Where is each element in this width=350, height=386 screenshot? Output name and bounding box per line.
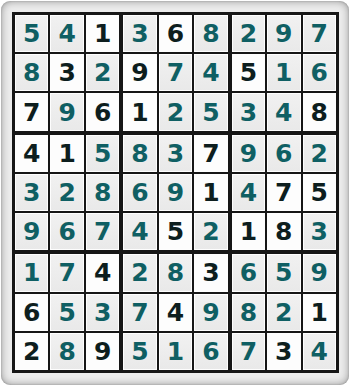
cell-r3c8[interactable]: 4 — [267, 93, 300, 130]
cell-r3c6[interactable]: 5 — [194, 93, 227, 130]
cell-r2c7[interactable]: 5 — [232, 54, 265, 91]
puzzle-card: 541832796 368974125 297516348 415328967 … — [1, 1, 349, 385]
cell-r6c4[interactable]: 4 — [123, 213, 156, 250]
cell-r7c5[interactable]: 8 — [159, 254, 192, 291]
cell-r6c5[interactable]: 5 — [159, 213, 192, 250]
cell-r5c8[interactable]: 7 — [267, 174, 300, 211]
cell-r3c7[interactable]: 3 — [232, 93, 265, 130]
cell-r7c7[interactable]: 6 — [232, 254, 265, 291]
cell-r5c5[interactable]: 9 — [159, 174, 192, 211]
cell-r3c9[interactable]: 8 — [303, 93, 336, 130]
cell-r7c6[interactable]: 3 — [194, 254, 227, 291]
box-3: 297516348 — [232, 15, 336, 131]
cell-r5c4[interactable]: 6 — [123, 174, 156, 211]
cell-r9c2[interactable]: 8 — [50, 333, 83, 370]
cell-r7c2[interactable]: 7 — [50, 254, 83, 291]
cell-r2c8[interactable]: 1 — [267, 54, 300, 91]
box-2: 368974125 — [123, 15, 227, 131]
cell-r2c3[interactable]: 2 — [86, 54, 119, 91]
box-1: 541832796 — [15, 15, 119, 131]
cell-r2c6[interactable]: 4 — [194, 54, 227, 91]
cell-r5c6[interactable]: 1 — [194, 174, 227, 211]
cell-r4c8[interactable]: 6 — [267, 135, 300, 172]
box-4: 415328967 — [15, 135, 119, 251]
cell-r8c1[interactable]: 6 — [15, 294, 48, 331]
cell-r3c5[interactable]: 2 — [159, 93, 192, 130]
cell-r8c3[interactable]: 3 — [86, 294, 119, 331]
cell-r1c9[interactable]: 7 — [303, 15, 336, 52]
cell-r1c6[interactable]: 8 — [194, 15, 227, 52]
sudoku-board: 541832796 368974125 297516348 415328967 … — [12, 12, 339, 373]
cell-r5c1[interactable]: 3 — [15, 174, 48, 211]
box-5: 837691452 — [123, 135, 227, 251]
cell-r2c2[interactable]: 3 — [50, 54, 83, 91]
cell-r8c9[interactable]: 1 — [303, 294, 336, 331]
cell-r6c3[interactable]: 7 — [86, 213, 119, 250]
box-7: 174653289 — [15, 254, 119, 370]
cell-r4c3[interactable]: 5 — [86, 135, 119, 172]
cell-r8c4[interactable]: 7 — [123, 294, 156, 331]
cell-r9c5[interactable]: 1 — [159, 333, 192, 370]
cell-r1c1[interactable]: 5 — [15, 15, 48, 52]
cell-r9c9[interactable]: 4 — [303, 333, 336, 370]
box-6: 962475183 — [232, 135, 336, 251]
cell-r9c4[interactable]: 5 — [123, 333, 156, 370]
cell-r2c4[interactable]: 9 — [123, 54, 156, 91]
cell-r5c9[interactable]: 5 — [303, 174, 336, 211]
cell-r4c9[interactable]: 2 — [303, 135, 336, 172]
cell-r6c1[interactable]: 9 — [15, 213, 48, 250]
cell-r6c2[interactable]: 6 — [50, 213, 83, 250]
cell-r7c1[interactable]: 1 — [15, 254, 48, 291]
cell-r7c8[interactable]: 5 — [267, 254, 300, 291]
cell-r4c4[interactable]: 8 — [123, 135, 156, 172]
cell-r3c3[interactable]: 6 — [86, 93, 119, 130]
cell-r1c4[interactable]: 3 — [123, 15, 156, 52]
cell-r4c5[interactable]: 3 — [159, 135, 192, 172]
cell-r8c2[interactable]: 5 — [50, 294, 83, 331]
cell-r1c3[interactable]: 1 — [86, 15, 119, 52]
cell-r3c1[interactable]: 7 — [15, 93, 48, 130]
cell-r3c4[interactable]: 1 — [123, 93, 156, 130]
cell-r8c6[interactable]: 9 — [194, 294, 227, 331]
cell-r5c2[interactable]: 2 — [50, 174, 83, 211]
cell-r8c5[interactable]: 4 — [159, 294, 192, 331]
box-8: 283749516 — [123, 254, 227, 370]
box-9: 659821734 — [232, 254, 336, 370]
cell-r3c2[interactable]: 9 — [50, 93, 83, 130]
cell-r9c1[interactable]: 2 — [15, 333, 48, 370]
cell-r8c7[interactable]: 8 — [232, 294, 265, 331]
cell-r1c7[interactable]: 2 — [232, 15, 265, 52]
cell-r5c7[interactable]: 4 — [232, 174, 265, 211]
cell-r1c8[interactable]: 9 — [267, 15, 300, 52]
cell-r1c2[interactable]: 4 — [50, 15, 83, 52]
cell-r7c4[interactable]: 2 — [123, 254, 156, 291]
cell-r7c3[interactable]: 4 — [86, 254, 119, 291]
cell-r9c6[interactable]: 6 — [194, 333, 227, 370]
cell-r4c7[interactable]: 9 — [232, 135, 265, 172]
cell-r2c5[interactable]: 7 — [159, 54, 192, 91]
cell-r4c6[interactable]: 7 — [194, 135, 227, 172]
cell-r2c1[interactable]: 8 — [15, 54, 48, 91]
cell-r7c9[interactable]: 9 — [303, 254, 336, 291]
cell-r8c8[interactable]: 2 — [267, 294, 300, 331]
cell-r6c6[interactable]: 2 — [194, 213, 227, 250]
cell-r6c8[interactable]: 8 — [267, 213, 300, 250]
cell-r9c8[interactable]: 3 — [267, 333, 300, 370]
cell-r6c9[interactable]: 3 — [303, 213, 336, 250]
cell-r6c7[interactable]: 1 — [232, 213, 265, 250]
cell-r5c3[interactable]: 8 — [86, 174, 119, 211]
cell-r9c7[interactable]: 7 — [232, 333, 265, 370]
cell-r1c5[interactable]: 6 — [159, 15, 192, 52]
cell-r4c2[interactable]: 1 — [50, 135, 83, 172]
cell-r2c9[interactable]: 6 — [303, 54, 336, 91]
cell-r9c3[interactable]: 9 — [86, 333, 119, 370]
cell-r4c1[interactable]: 4 — [15, 135, 48, 172]
